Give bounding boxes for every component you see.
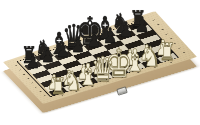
coordinate-dot [170,62,173,63]
chess-set-photo: ♜♞♝♛♚♝♞♜♟♟♟♟♟♟♟♟♟♟♟♟♟♟♟♟♜♞♝♛♚♝♞♜ [0,0,200,125]
coordinate-dot [39,91,41,92]
coordinate-dot [161,29,164,30]
coordinate-dot [43,95,45,96]
coordinate-dot [169,38,172,39]
coordinate-dot [182,52,185,53]
coordinate-dot [91,86,93,87]
coordinate-dot [106,81,108,82]
coordinate-dot [165,34,168,35]
coordinate-dot [61,95,63,96]
coordinate-dot [154,67,157,68]
latch [116,86,128,96]
coordinate-dot [178,48,181,49]
coordinate-dot [137,72,139,73]
coordinate-dot [18,70,20,71]
coordinate-dot [22,74,24,75]
coordinate-dot [31,83,33,84]
chess-board [20,20,178,96]
coordinate-dot [156,24,159,25]
coordinate-dot [173,43,176,44]
coordinate-dot [14,65,16,66]
coordinate-dot [35,87,37,88]
coordinate-dot [122,76,124,77]
coordinate-dot [27,78,29,79]
coordinate-dot [76,91,78,92]
coordinate-dot [152,20,155,21]
